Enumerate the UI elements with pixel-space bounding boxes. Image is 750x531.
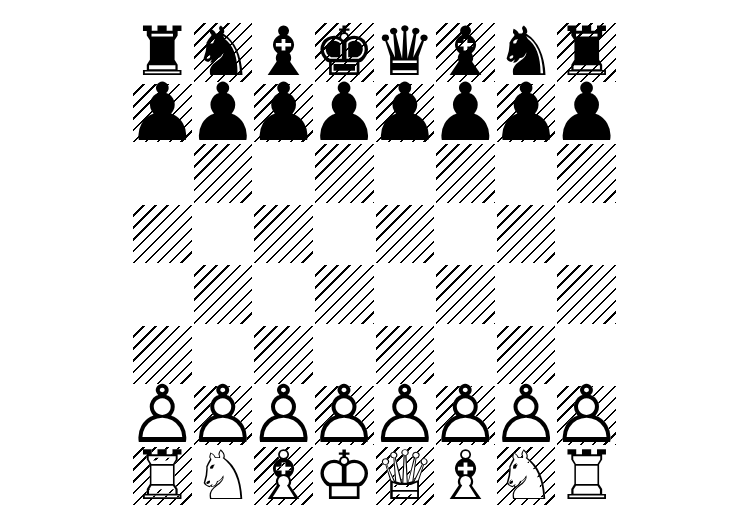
square-a6[interactable] — [132, 143, 193, 204]
square-a1[interactable]: ♜♖ — [132, 446, 193, 507]
square-b6[interactable] — [193, 143, 254, 204]
square-b1[interactable]: ♞♘ — [193, 446, 254, 507]
piece-white-rook: ♜♖ — [132, 446, 193, 507]
square-h1[interactable]: ♜♖ — [556, 446, 617, 507]
square-d4[interactable] — [314, 264, 375, 325]
square-a7[interactable]: ♟ — [132, 83, 193, 144]
square-c1[interactable]: ♝♗ — [253, 446, 314, 507]
piece-black-pawn: ♟ — [375, 83, 436, 144]
square-e4[interactable] — [375, 264, 436, 325]
piece-black-pawn: ♟ — [193, 83, 254, 144]
square-h5[interactable] — [556, 204, 617, 265]
square-b5[interactable] — [193, 204, 254, 265]
chess-board: ♜♞♝♚♛♝♞♜♟♟♟♟♟♟♟♟♟♙♟♙♟♙♟♙♟♙♟♙♟♙♟♙♜♖♞♘♝♗♚♔… — [132, 22, 617, 506]
square-f7[interactable]: ♟ — [435, 83, 496, 144]
square-h6[interactable] — [556, 143, 617, 204]
square-h4[interactable] — [556, 264, 617, 325]
square-c6[interactable] — [253, 143, 314, 204]
square-e1[interactable]: ♛♕ — [375, 446, 436, 507]
square-e6[interactable] — [375, 143, 436, 204]
square-h7[interactable]: ♟ — [556, 83, 617, 144]
square-g4[interactable] — [496, 264, 557, 325]
square-d1[interactable]: ♚♔ — [314, 446, 375, 507]
piece-white-rook: ♜♖ — [556, 446, 617, 507]
square-a5[interactable] — [132, 204, 193, 265]
square-b4[interactable] — [193, 264, 254, 325]
square-b7[interactable]: ♟ — [193, 83, 254, 144]
square-f1[interactable]: ♝♗ — [435, 446, 496, 507]
piece-black-pawn: ♟ — [132, 83, 193, 144]
piece-white-bishop: ♝♗ — [253, 446, 314, 507]
square-d6[interactable] — [314, 143, 375, 204]
square-d7[interactable]: ♟ — [314, 83, 375, 144]
square-f5[interactable] — [435, 204, 496, 265]
piece-black-pawn: ♟ — [556, 83, 617, 144]
piece-black-pawn: ♟ — [314, 83, 375, 144]
piece-white-king: ♚♔ — [314, 446, 375, 507]
piece-white-knight: ♞♘ — [193, 446, 254, 507]
square-c7[interactable]: ♟ — [253, 83, 314, 144]
piece-white-knight: ♞♘ — [496, 446, 557, 507]
square-f6[interactable] — [435, 143, 496, 204]
piece-black-pawn: ♟ — [496, 83, 557, 144]
square-g5[interactable] — [496, 204, 557, 265]
square-g1[interactable]: ♞♘ — [496, 446, 557, 507]
square-f4[interactable] — [435, 264, 496, 325]
piece-white-bishop: ♝♗ — [435, 446, 496, 507]
square-d5[interactable] — [314, 204, 375, 265]
square-g7[interactable]: ♟ — [496, 83, 557, 144]
square-c4[interactable] — [253, 264, 314, 325]
square-e5[interactable] — [375, 204, 436, 265]
square-e7[interactable]: ♟ — [375, 83, 436, 144]
piece-white-queen: ♛♕ — [375, 446, 436, 507]
piece-black-pawn: ♟ — [253, 83, 314, 144]
square-a4[interactable] — [132, 264, 193, 325]
chess-diagram-page: ♜♞♝♚♛♝♞♜♟♟♟♟♟♟♟♟♟♙♟♙♟♙♟♙♟♙♟♙♟♙♟♙♜♖♞♘♝♗♚♔… — [0, 0, 750, 531]
square-g6[interactable] — [496, 143, 557, 204]
piece-black-pawn: ♟ — [435, 83, 496, 144]
square-c5[interactable] — [253, 204, 314, 265]
